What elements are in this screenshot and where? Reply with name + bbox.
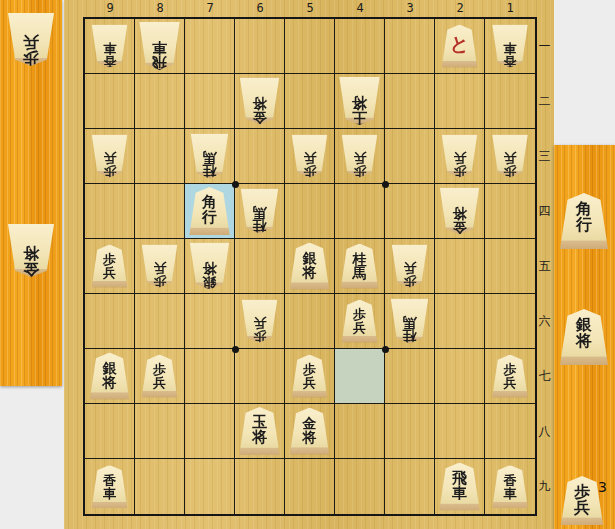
square-2-1[interactable]: と (435, 19, 485, 74)
square-9-1[interactable]: 香車 (85, 19, 135, 74)
square-9-2[interactable] (85, 74, 135, 129)
square-6-8[interactable]: 玉将 (235, 404, 285, 459)
square-1-8[interactable] (485, 404, 535, 459)
square-7-9[interactable] (185, 459, 235, 514)
piece-gote-knight[interactable]: 桂馬 (190, 134, 229, 179)
square-2-5[interactable] (435, 239, 485, 294)
piece-kanji: 角行 (202, 195, 217, 235)
piece-sente-pawn[interactable]: 歩兵 (141, 355, 178, 398)
piece-kanji: 金将 (23, 227, 39, 277)
square-8-4[interactable] (135, 184, 185, 239)
piece-kanji: と (450, 35, 469, 68)
square-1-9[interactable]: 香車 (485, 459, 535, 514)
square-9-9[interactable]: 香車 (85, 459, 135, 514)
square-4-4[interactable] (335, 184, 385, 239)
square-4-8[interactable] (335, 404, 385, 459)
piece-kanji: 歩兵 (103, 253, 116, 288)
piece-kanji: 桂馬 (353, 252, 367, 289)
piece-kanji: 歩兵 (303, 138, 316, 178)
piece-kanji: 歩兵 (353, 138, 366, 178)
piece-kanji: 歩兵 (403, 248, 416, 288)
piece-kanji: 玉将 (252, 415, 267, 455)
square-6-5[interactable] (235, 239, 285, 294)
file-label-1: 1 (485, 1, 535, 16)
piece-kanji: 桂馬 (203, 137, 217, 179)
piece-kanji: 歩兵 (353, 308, 366, 343)
piece-kanji: 香車 (103, 473, 116, 508)
piece-sente-tokin[interactable]: と (441, 25, 478, 68)
square-8-5[interactable]: 歩兵 (135, 239, 185, 294)
piece-kanji: 銀将 (303, 251, 317, 290)
file-label-4: 4 (335, 1, 385, 16)
sente-hand-stand: 角行銀将歩兵3 (554, 145, 615, 529)
square-8-3[interactable] (135, 129, 185, 184)
rank-label-9: 九 (536, 459, 553, 514)
square-1-6[interactable] (485, 294, 535, 349)
file-label-3: 3 (385, 1, 435, 16)
square-6-7[interactable] (235, 349, 285, 404)
piece-sente-silver[interactable]: 銀将 (89, 353, 130, 400)
file-label-7: 7 (185, 1, 235, 16)
square-9-8[interactable] (85, 404, 135, 459)
piece-kanji: 歩兵 (303, 363, 316, 398)
square-7-6[interactable] (185, 294, 235, 349)
hoshi-dot-4 (382, 346, 389, 353)
hand-piece-sente-bishop[interactable]: 角行 (559, 193, 609, 249)
piece-kanji: 歩兵 (103, 138, 116, 178)
piece-gote-lance[interactable]: 香車 (91, 25, 128, 68)
piece-kanji: 金将 (453, 191, 467, 235)
file-labels: 987654321 (85, 1, 535, 16)
rank-label-3: 三 (536, 129, 553, 184)
shogi-board: 香車飛車と香車金将王将歩兵桂馬歩兵歩兵歩兵歩兵角行桂馬金将歩兵歩兵銀将銀将桂馬歩… (83, 17, 537, 516)
square-9-6[interactable] (85, 294, 135, 349)
square-4-5[interactable]: 桂馬 (335, 239, 385, 294)
square-7-5[interactable]: 銀将 (185, 239, 235, 294)
piece-kanji: 香車 (504, 473, 517, 508)
piece-gote-gold[interactable]: 金将 (439, 188, 480, 235)
hand-piece-gote-gold[interactable]: 金将 (7, 224, 55, 277)
file-label-2: 2 (435, 1, 485, 16)
square-2-2[interactable] (435, 74, 485, 129)
piece-sente-gold[interactable]: 金将 (289, 408, 330, 455)
file-label-9: 9 (85, 1, 135, 16)
piece-kanji: 歩兵 (504, 138, 517, 178)
square-2-7[interactable] (435, 349, 485, 404)
square-5-3[interactable]: 歩兵 (285, 129, 335, 184)
piece-kanji: 角行 (576, 201, 592, 249)
piece-gote-gold[interactable]: 金将 (239, 78, 280, 125)
square-8-2[interactable] (135, 74, 185, 129)
square-5-7[interactable]: 歩兵 (285, 349, 335, 404)
square-5-4[interactable] (285, 184, 335, 239)
sente-pawn-count: 3 (598, 479, 607, 495)
square-7-1[interactable] (185, 19, 235, 74)
square-9-3[interactable]: 歩兵 (85, 129, 135, 184)
piece-sente-pawn[interactable]: 歩兵 (291, 355, 328, 398)
square-1-4[interactable] (485, 184, 535, 239)
square-9-5[interactable]: 歩兵 (85, 239, 135, 294)
piece-gote-pawn[interactable]: 歩兵 (441, 135, 478, 178)
square-7-7[interactable] (185, 349, 235, 404)
square-5-5[interactable]: 銀将 (285, 239, 335, 294)
piece-kanji: 銀将 (203, 246, 217, 290)
square-4-7-highlighted[interactable] (335, 349, 385, 404)
square-2-6[interactable] (435, 294, 485, 349)
piece-gote-pawn[interactable]: 歩兵 (291, 135, 328, 178)
square-1-5[interactable] (485, 239, 535, 294)
piece-gote-pawn[interactable]: 歩兵 (241, 300, 278, 343)
square-4-3[interactable]: 歩兵 (335, 129, 385, 184)
square-4-2[interactable]: 王将 (335, 74, 385, 129)
square-8-6[interactable] (135, 294, 185, 349)
square-3-6[interactable]: 桂馬 (385, 294, 435, 349)
square-6-1[interactable] (235, 19, 285, 74)
piece-sente-pawn[interactable]: 歩兵 (91, 245, 128, 288)
piece-sente-king[interactable]: 玉将 (239, 407, 281, 455)
piece-kanji: 歩兵 (504, 363, 517, 398)
square-5-6[interactable] (285, 294, 335, 349)
square-6-9[interactable] (235, 459, 285, 514)
square-8-9[interactable] (135, 459, 185, 514)
hoshi-dot-1 (232, 181, 239, 188)
square-6-3[interactable] (235, 129, 285, 184)
square-4-9[interactable] (335, 459, 385, 514)
square-5-9[interactable] (285, 459, 335, 514)
piece-gote-pawn[interactable]: 歩兵 (391, 245, 428, 288)
square-8-8[interactable] (135, 404, 185, 459)
piece-kanji: 桂馬 (253, 192, 267, 234)
square-5-1[interactable] (285, 19, 335, 74)
piece-sente-pawn[interactable]: 歩兵 (341, 300, 378, 343)
file-label-8: 8 (135, 1, 185, 16)
square-1-7[interactable]: 歩兵 (485, 349, 535, 404)
piece-gote-knight[interactable]: 桂馬 (240, 189, 279, 234)
piece-kanji: 香車 (504, 28, 517, 68)
square-3-7[interactable] (385, 349, 435, 404)
square-3-9[interactable] (385, 459, 435, 514)
piece-kanji: 歩兵 (153, 248, 166, 288)
piece-gote-knight[interactable]: 桂馬 (390, 299, 429, 344)
piece-gote-lance[interactable]: 香車 (492, 25, 529, 68)
piece-gote-pawn[interactable]: 歩兵 (341, 135, 378, 178)
piece-gote-pawn[interactable]: 歩兵 (492, 135, 529, 178)
file-label-6: 6 (235, 1, 285, 16)
square-2-9[interactable]: 飛車 (435, 459, 485, 514)
square-3-3[interactable] (385, 129, 435, 184)
piece-kanji: 香車 (103, 28, 116, 68)
piece-kanji: 金将 (303, 416, 317, 455)
rank-label-6: 六 (536, 294, 553, 349)
square-9-7[interactable]: 銀将 (85, 349, 135, 404)
piece-kanji: 銀将 (576, 317, 592, 365)
square-7-3[interactable]: 桂馬 (185, 129, 235, 184)
square-3-2[interactable] (385, 74, 435, 129)
square-5-2[interactable] (285, 74, 335, 129)
piece-kanji: 歩兵 (23, 16, 39, 66)
piece-kanji: 歩兵 (153, 363, 166, 398)
piece-gote-rook[interactable]: 飛車 (139, 22, 181, 70)
square-5-8[interactable]: 金将 (285, 404, 335, 459)
piece-gote-pawn[interactable]: 歩兵 (91, 135, 128, 178)
piece-sente-pawn[interactable]: 歩兵 (492, 355, 529, 398)
rank-label-4: 四 (536, 184, 553, 239)
square-1-2[interactable] (485, 74, 535, 129)
piece-kanji: 王将 (352, 80, 367, 125)
square-6-2[interactable]: 金将 (235, 74, 285, 129)
piece-gote-pawn[interactable]: 歩兵 (141, 245, 178, 288)
square-4-6[interactable]: 歩兵 (335, 294, 385, 349)
piece-kanji: 飛車 (452, 471, 467, 511)
square-7-2[interactable] (185, 74, 235, 129)
square-2-4[interactable]: 金将 (435, 184, 485, 239)
hoshi-dot-3 (232, 346, 239, 353)
square-3-8[interactable] (385, 404, 435, 459)
piece-sente-silver[interactable]: 銀将 (289, 243, 330, 290)
rank-label-7: 七 (536, 349, 553, 404)
piece-sente-rook[interactable]: 飛車 (439, 463, 481, 511)
square-6-6[interactable]: 歩兵 (235, 294, 285, 349)
gote-hand-stand: 歩兵金将 (0, 0, 62, 386)
square-4-1[interactable] (335, 19, 385, 74)
square-2-8[interactable] (435, 404, 485, 459)
piece-kanji: 歩兵 (253, 303, 266, 343)
piece-kanji: 桂馬 (403, 302, 417, 344)
rank-label-5: 五 (536, 239, 553, 294)
piece-sente-knight[interactable]: 桂馬 (340, 244, 379, 289)
square-7-4-highlighted[interactable]: 角行 (185, 184, 235, 239)
square-1-3[interactable]: 歩兵 (485, 129, 535, 184)
square-9-4[interactable] (85, 184, 135, 239)
piece-sente-lance[interactable]: 香車 (492, 465, 529, 508)
square-3-5[interactable]: 歩兵 (385, 239, 435, 294)
square-8-7[interactable]: 歩兵 (135, 349, 185, 404)
piece-kanji: 歩兵 (574, 484, 590, 525)
square-6-4[interactable]: 桂馬 (235, 184, 285, 239)
file-label-5: 5 (285, 1, 335, 16)
piece-sente-lance[interactable]: 香車 (91, 465, 128, 508)
square-7-8[interactable] (185, 404, 235, 459)
rank-labels: 一二三四五六七八九 (536, 19, 553, 514)
piece-kanji: 歩兵 (453, 138, 466, 178)
square-1-1[interactable]: 香車 (485, 19, 535, 74)
piece-gote-silver[interactable]: 銀将 (189, 243, 230, 290)
hoshi-dot-2 (382, 181, 389, 188)
piece-sente-bishop[interactable]: 角行 (189, 187, 231, 235)
piece-kanji: 飛車 (152, 25, 167, 70)
piece-kanji: 金将 (253, 81, 267, 125)
hand-piece-sente-silver[interactable]: 銀将 (559, 309, 609, 365)
square-8-1[interactable]: 飛車 (135, 19, 185, 74)
hand-piece-gote-pawn[interactable]: 歩兵 (7, 13, 55, 66)
square-2-3[interactable]: 歩兵 (435, 129, 485, 184)
piece-gote-king[interactable]: 王将 (339, 77, 381, 125)
square-3-1[interactable] (385, 19, 435, 74)
rank-label-2: 二 (536, 74, 553, 129)
rank-label-8: 八 (536, 404, 553, 459)
piece-kanji: 銀将 (103, 361, 117, 400)
square-3-4[interactable] (385, 184, 435, 239)
rank-label-1: 一 (536, 19, 553, 74)
